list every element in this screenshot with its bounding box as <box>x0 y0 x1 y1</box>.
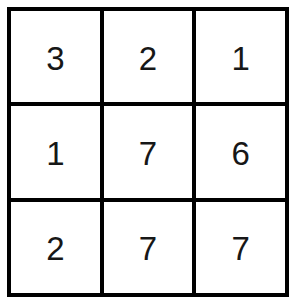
cell-r1c3[interactable]: 1 <box>196 11 285 102</box>
cell-r2c1[interactable]: 1 <box>11 106 100 197</box>
cell-r2c3[interactable]: 6 <box>196 106 285 197</box>
cell-r2c2[interactable]: 7 <box>104 106 193 197</box>
cell-r3c1[interactable]: 2 <box>11 202 100 293</box>
cell-r3c3[interactable]: 7 <box>196 202 285 293</box>
cell-r1c1[interactable]: 3 <box>11 11 100 102</box>
cell-r1c2[interactable]: 2 <box>104 11 193 102</box>
puzzle-canvas: 3 2 1 1 7 6 2 7 7 <box>0 0 294 302</box>
cell-r3c2[interactable]: 7 <box>104 202 193 293</box>
number-grid-board: 3 2 1 1 7 6 2 7 7 <box>7 7 289 297</box>
